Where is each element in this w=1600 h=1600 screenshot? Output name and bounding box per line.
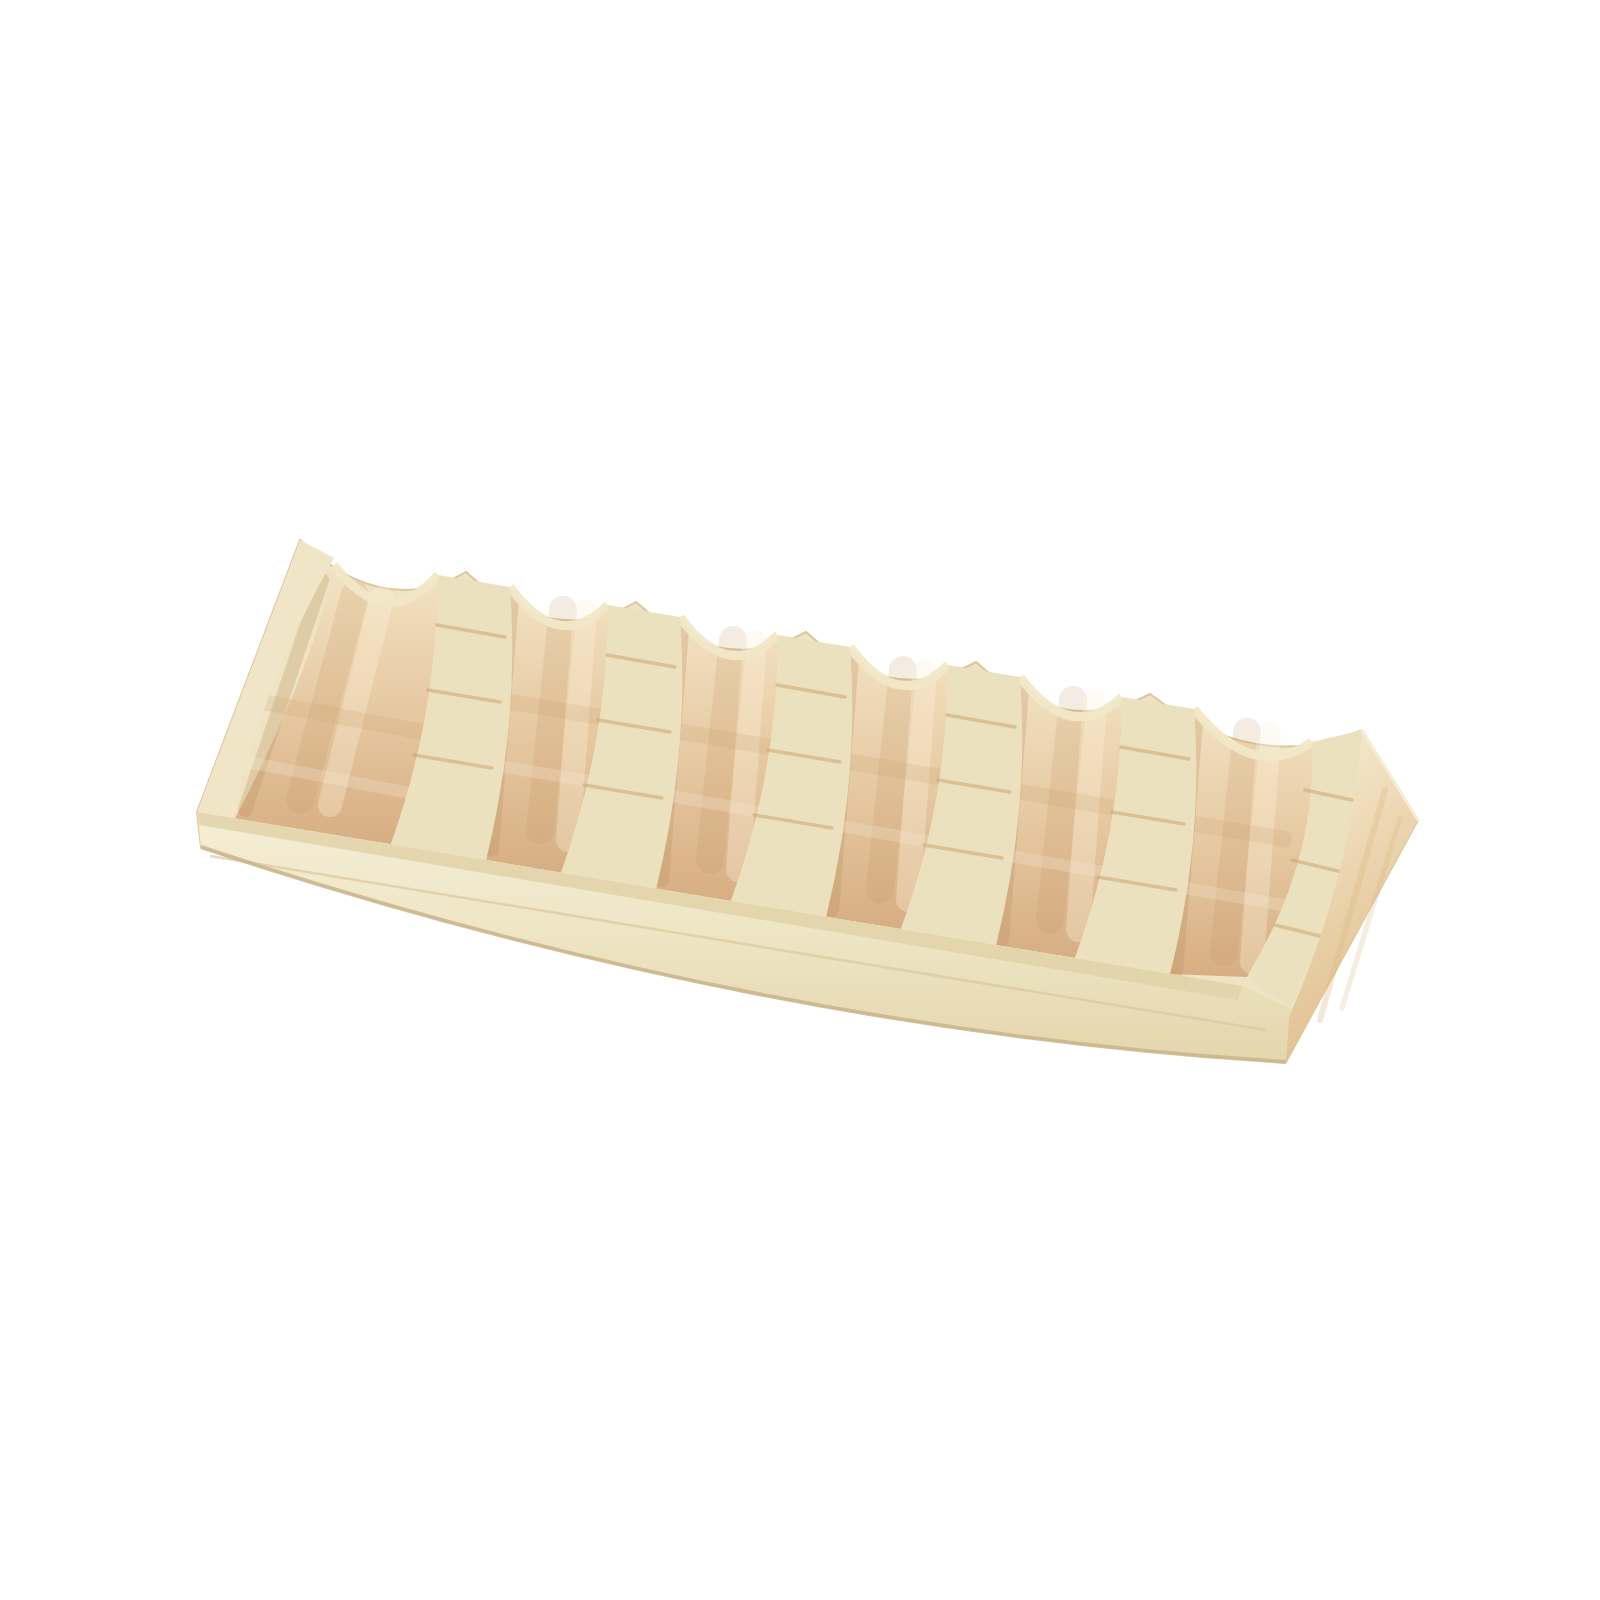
grain [1078,702,1095,930]
product-photo-canvas: Empty bamboo wooden chip storage tray wi… [0,0,1600,1600]
chip-tray-photo: Empty bamboo wooden chip storage tray wi… [0,0,1600,1600]
grain [1252,734,1269,962]
